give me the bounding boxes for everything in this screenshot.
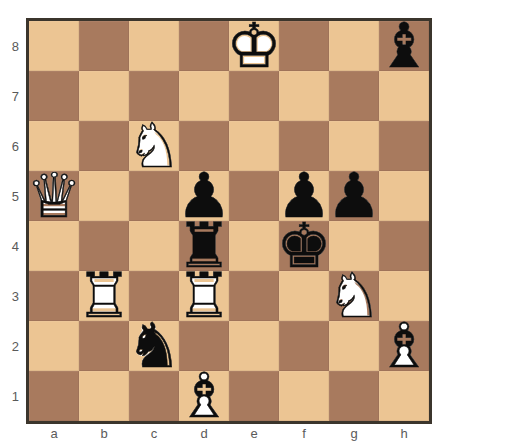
square-a6[interactable]: [29, 121, 79, 171]
white-bishop-glyph: ♗: [179, 371, 229, 421]
square-b3[interactable]: ♜♖: [79, 271, 129, 321]
file-label-h: h: [379, 425, 429, 441]
square-e7[interactable]: [229, 71, 279, 121]
square-h7[interactable]: [379, 71, 429, 121]
white-knight-glyph: ♘: [329, 271, 379, 321]
white-king-fill: ♚: [229, 21, 279, 71]
square-a1[interactable]: [29, 371, 79, 421]
white-rook[interactable]: ♜♖: [179, 271, 229, 321]
square-g6[interactable]: [329, 121, 379, 171]
square-e6[interactable]: [229, 121, 279, 171]
square-c4[interactable]: [129, 221, 179, 271]
square-d3[interactable]: ♜♖: [179, 271, 229, 321]
white-queen-glyph: ♕: [29, 171, 79, 221]
white-rook[interactable]: ♜♖: [79, 271, 129, 321]
square-d4[interactable]: ♖♜: [179, 221, 229, 271]
square-g1[interactable]: [329, 371, 379, 421]
square-h5[interactable]: [379, 171, 429, 221]
square-e5[interactable]: [229, 171, 279, 221]
black-king-fill: ♔: [279, 221, 329, 271]
black-pawn-fill: ♙: [329, 171, 379, 221]
square-b8[interactable]: [79, 21, 129, 71]
square-b7[interactable]: [79, 71, 129, 121]
black-king[interactable]: ♔♚: [279, 221, 329, 271]
square-b2[interactable]: [79, 321, 129, 371]
black-rook-fill: ♖: [179, 221, 229, 271]
square-d5[interactable]: ♙♟: [179, 171, 229, 221]
square-f6[interactable]: [279, 121, 329, 171]
black-pawn[interactable]: ♙♟: [329, 171, 379, 221]
white-knight[interactable]: ♞♘: [129, 121, 179, 171]
file-label-b: b: [79, 425, 129, 441]
rank-label-3: 3: [0, 271, 22, 321]
file-label-c: c: [129, 425, 179, 441]
black-pawn-glyph: ♟: [179, 171, 229, 221]
square-g3[interactable]: ♞♘: [329, 271, 379, 321]
black-knight-glyph: ♞: [129, 321, 179, 371]
white-bishop-fill: ♝: [179, 371, 229, 421]
square-a5[interactable]: ♛♕: [29, 171, 79, 221]
square-c2[interactable]: ♘♞: [129, 321, 179, 371]
square-h1[interactable]: [379, 371, 429, 421]
square-a4[interactable]: [29, 221, 79, 271]
square-e1[interactable]: [229, 371, 279, 421]
black-rook-glyph: ♜: [179, 221, 229, 271]
white-bishop-fill: ♝: [379, 321, 429, 371]
square-b1[interactable]: [79, 371, 129, 421]
square-f5[interactable]: ♙♟: [279, 171, 329, 221]
square-h8[interactable]: ♗♝: [379, 21, 429, 71]
square-e8[interactable]: ♚♔: [229, 21, 279, 71]
white-knight-glyph: ♘: [129, 121, 179, 171]
file-label-g: g: [329, 425, 379, 441]
file-label-a: a: [29, 425, 79, 441]
white-rook-fill: ♜: [79, 271, 129, 321]
black-pawn-fill: ♙: [279, 171, 329, 221]
black-rook[interactable]: ♖♜: [179, 221, 229, 271]
black-pawn-glyph: ♟: [279, 171, 329, 221]
black-pawn-fill: ♙: [179, 171, 229, 221]
square-g5[interactable]: ♙♟: [329, 171, 379, 221]
rank-label-2: 2: [0, 321, 22, 371]
square-d1[interactable]: ♝♗: [179, 371, 229, 421]
square-d8[interactable]: [179, 21, 229, 71]
square-g8[interactable]: [329, 21, 379, 71]
square-g7[interactable]: [329, 71, 379, 121]
white-rook-glyph: ♖: [179, 271, 229, 321]
square-c6[interactable]: ♞♘: [129, 121, 179, 171]
square-d7[interactable]: [179, 71, 229, 121]
white-knight[interactable]: ♞♘: [329, 271, 379, 321]
white-queen[interactable]: ♛♕: [29, 171, 79, 221]
square-h6[interactable]: [379, 121, 429, 171]
square-h3[interactable]: [379, 271, 429, 321]
square-a3[interactable]: [29, 271, 79, 321]
square-h2[interactable]: ♝♗: [379, 321, 429, 371]
square-a8[interactable]: [29, 21, 79, 71]
square-c8[interactable]: [129, 21, 179, 71]
square-a2[interactable]: [29, 321, 79, 371]
rank-label-4: 4: [0, 221, 22, 271]
square-g4[interactable]: [329, 221, 379, 271]
square-d2[interactable]: [179, 321, 229, 371]
square-c1[interactable]: [129, 371, 179, 421]
square-f7[interactable]: [279, 71, 329, 121]
rank-labels: 87654321: [0, 21, 22, 421]
square-a7[interactable]: [29, 71, 79, 121]
chess-board[interactable]: ♚♔♗♝♞♘♛♕♙♟♙♟♙♟♖♜♔♚♜♖♜♖♞♘♘♞♝♗♝♗: [26, 18, 432, 424]
white-bishop-glyph: ♗: [379, 321, 429, 371]
white-king-glyph: ♔: [229, 21, 279, 71]
square-c5[interactable]: [129, 171, 179, 221]
file-label-d: d: [179, 425, 229, 441]
square-f1[interactable]: [279, 371, 329, 421]
black-pawn[interactable]: ♙♟: [179, 171, 229, 221]
square-f2[interactable]: [279, 321, 329, 371]
black-bishop-fill: ♗: [379, 21, 429, 71]
rank-label-6: 6: [0, 121, 22, 171]
rank-label-8: 8: [0, 21, 22, 71]
rank-label-5: 5: [0, 171, 22, 221]
square-e3[interactable]: [229, 271, 279, 321]
white-rook-glyph: ♖: [79, 271, 129, 321]
file-label-e: e: [229, 425, 279, 441]
white-rook-fill: ♜: [179, 271, 229, 321]
white-knight-fill: ♞: [129, 121, 179, 171]
square-e4[interactable]: [229, 221, 279, 271]
square-b4[interactable]: [79, 221, 129, 271]
black-pawn[interactable]: ♙♟: [279, 171, 329, 221]
square-b6[interactable]: [79, 121, 129, 171]
file-labels: abcdefgh: [29, 425, 429, 441]
chess-diagram: 87654321 ♚♔♗♝♞♘♛♕♙♟♙♟♙♟♖♜♔♚♜♖♜♖♞♘♘♞♝♗♝♗ …: [0, 0, 512, 444]
square-f4[interactable]: ♔♚: [279, 221, 329, 271]
square-f8[interactable]: [279, 21, 329, 71]
rank-label-1: 1: [0, 371, 22, 421]
black-bishop-glyph: ♝: [379, 21, 429, 71]
square-g2[interactable]: [329, 321, 379, 371]
square-h4[interactable]: [379, 221, 429, 271]
black-knight[interactable]: ♘♞: [129, 321, 179, 371]
square-f3[interactable]: [279, 271, 329, 321]
square-b5[interactable]: [79, 171, 129, 221]
square-e2[interactable]: [229, 321, 279, 371]
square-c3[interactable]: [129, 271, 179, 321]
white-knight-fill: ♞: [329, 271, 379, 321]
white-bishop[interactable]: ♝♗: [379, 321, 429, 371]
black-bishop[interactable]: ♗♝: [379, 21, 429, 71]
square-d6[interactable]: [179, 121, 229, 171]
white-queen-fill: ♛: [29, 171, 79, 221]
white-king[interactable]: ♚♔: [229, 21, 279, 71]
file-label-f: f: [279, 425, 329, 441]
black-pawn-glyph: ♟: [329, 171, 379, 221]
white-bishop[interactable]: ♝♗: [179, 371, 229, 421]
black-knight-fill: ♘: [129, 321, 179, 371]
rank-label-7: 7: [0, 71, 22, 121]
black-king-glyph: ♚: [279, 221, 329, 271]
square-c7[interactable]: [129, 71, 179, 121]
